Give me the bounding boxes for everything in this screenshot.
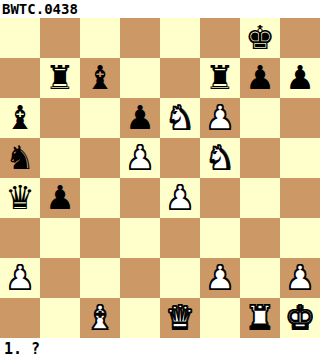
square-e1[interactable]: ♛ — [160, 298, 200, 338]
square-a5[interactable]: ♞ — [0, 138, 40, 178]
square-a6[interactable]: ♝ — [0, 98, 40, 138]
square-g6[interactable] — [240, 98, 280, 138]
black-rook[interactable]: ♜ — [205, 58, 235, 98]
square-h8[interactable] — [280, 18, 320, 58]
square-b3[interactable] — [40, 218, 80, 258]
square-a1[interactable] — [0, 298, 40, 338]
square-c2[interactable] — [80, 258, 120, 298]
square-b1[interactable] — [40, 298, 80, 338]
square-f5[interactable]: ♞ — [200, 138, 240, 178]
square-h5[interactable] — [280, 138, 320, 178]
square-d1[interactable] — [120, 298, 160, 338]
square-c8[interactable] — [80, 18, 120, 58]
white-pawn[interactable]: ♟ — [205, 258, 235, 298]
square-g8[interactable]: ♚ — [240, 18, 280, 58]
white-pawn[interactable]: ♟ — [165, 178, 195, 218]
square-b6[interactable] — [40, 98, 80, 138]
white-king[interactable]: ♚ — [285, 298, 315, 338]
square-f2[interactable]: ♟ — [200, 258, 240, 298]
square-e3[interactable] — [160, 218, 200, 258]
puzzle-title: BWTC.0438 — [0, 0, 320, 18]
move-prompt: 1. ? — [0, 338, 320, 360]
square-h1[interactable]: ♚ — [280, 298, 320, 338]
black-queen[interactable]: ♛ — [5, 178, 35, 218]
white-pawn[interactable]: ♟ — [5, 258, 35, 298]
black-pawn[interactable]: ♟ — [285, 58, 315, 98]
square-g2[interactable] — [240, 258, 280, 298]
black-pawn[interactable]: ♟ — [125, 98, 155, 138]
square-d2[interactable] — [120, 258, 160, 298]
square-d8[interactable] — [120, 18, 160, 58]
white-pawn[interactable]: ♟ — [285, 258, 315, 298]
square-g7[interactable]: ♟ — [240, 58, 280, 98]
square-g3[interactable] — [240, 218, 280, 258]
black-bishop[interactable]: ♝ — [85, 58, 115, 98]
square-e2[interactable] — [160, 258, 200, 298]
square-h4[interactable] — [280, 178, 320, 218]
white-pawn[interactable]: ♟ — [125, 138, 155, 178]
square-h3[interactable] — [280, 218, 320, 258]
square-a2[interactable]: ♟ — [0, 258, 40, 298]
square-c3[interactable] — [80, 218, 120, 258]
square-c5[interactable] — [80, 138, 120, 178]
white-pawn[interactable]: ♟ — [205, 98, 235, 138]
square-h2[interactable]: ♟ — [280, 258, 320, 298]
square-e5[interactable] — [160, 138, 200, 178]
square-g4[interactable] — [240, 178, 280, 218]
square-b5[interactable] — [40, 138, 80, 178]
square-d7[interactable] — [120, 58, 160, 98]
white-bishop[interactable]: ♝ — [85, 298, 115, 338]
square-e4[interactable]: ♟ — [160, 178, 200, 218]
square-a3[interactable] — [0, 218, 40, 258]
square-d3[interactable] — [120, 218, 160, 258]
black-bishop[interactable]: ♝ — [5, 98, 35, 138]
square-g1[interactable]: ♜ — [240, 298, 280, 338]
square-c4[interactable] — [80, 178, 120, 218]
white-queen[interactable]: ♛ — [165, 298, 195, 338]
black-rook[interactable]: ♜ — [45, 58, 75, 98]
chess-board: ♚♜♝♜♟♟♝♟♞♟♞♟♞♛♟♟♟♟♟♝♛♜♚ — [0, 18, 320, 338]
black-pawn[interactable]: ♟ — [45, 178, 75, 218]
square-a4[interactable]: ♛ — [0, 178, 40, 218]
white-knight[interactable]: ♞ — [165, 98, 195, 138]
square-e6[interactable]: ♞ — [160, 98, 200, 138]
square-g5[interactable] — [240, 138, 280, 178]
square-b4[interactable]: ♟ — [40, 178, 80, 218]
chess-diagram-page: BWTC.0438 ♚♜♝♜♟♟♝♟♞♟♞♟♞♛♟♟♟♟♟♝♛♜♚ 1. ? — [0, 0, 320, 360]
square-e8[interactable] — [160, 18, 200, 58]
square-b8[interactable] — [40, 18, 80, 58]
square-f8[interactable] — [200, 18, 240, 58]
square-h7[interactable]: ♟ — [280, 58, 320, 98]
square-e7[interactable] — [160, 58, 200, 98]
black-king[interactable]: ♚ — [245, 18, 275, 58]
white-rook[interactable]: ♜ — [245, 298, 275, 338]
white-knight[interactable]: ♞ — [205, 138, 235, 178]
square-d5[interactable]: ♟ — [120, 138, 160, 178]
square-c7[interactable]: ♝ — [80, 58, 120, 98]
square-f1[interactable] — [200, 298, 240, 338]
square-a7[interactable] — [0, 58, 40, 98]
square-f4[interactable] — [200, 178, 240, 218]
square-d6[interactable]: ♟ — [120, 98, 160, 138]
square-d4[interactable] — [120, 178, 160, 218]
square-b2[interactable] — [40, 258, 80, 298]
square-c6[interactable] — [80, 98, 120, 138]
black-pawn[interactable]: ♟ — [245, 58, 275, 98]
square-h6[interactable] — [280, 98, 320, 138]
square-a8[interactable] — [0, 18, 40, 58]
square-c1[interactable]: ♝ — [80, 298, 120, 338]
square-f3[interactable] — [200, 218, 240, 258]
black-knight[interactable]: ♞ — [5, 138, 35, 178]
square-f7[interactable]: ♜ — [200, 58, 240, 98]
square-b7[interactable]: ♜ — [40, 58, 80, 98]
square-f6[interactable]: ♟ — [200, 98, 240, 138]
